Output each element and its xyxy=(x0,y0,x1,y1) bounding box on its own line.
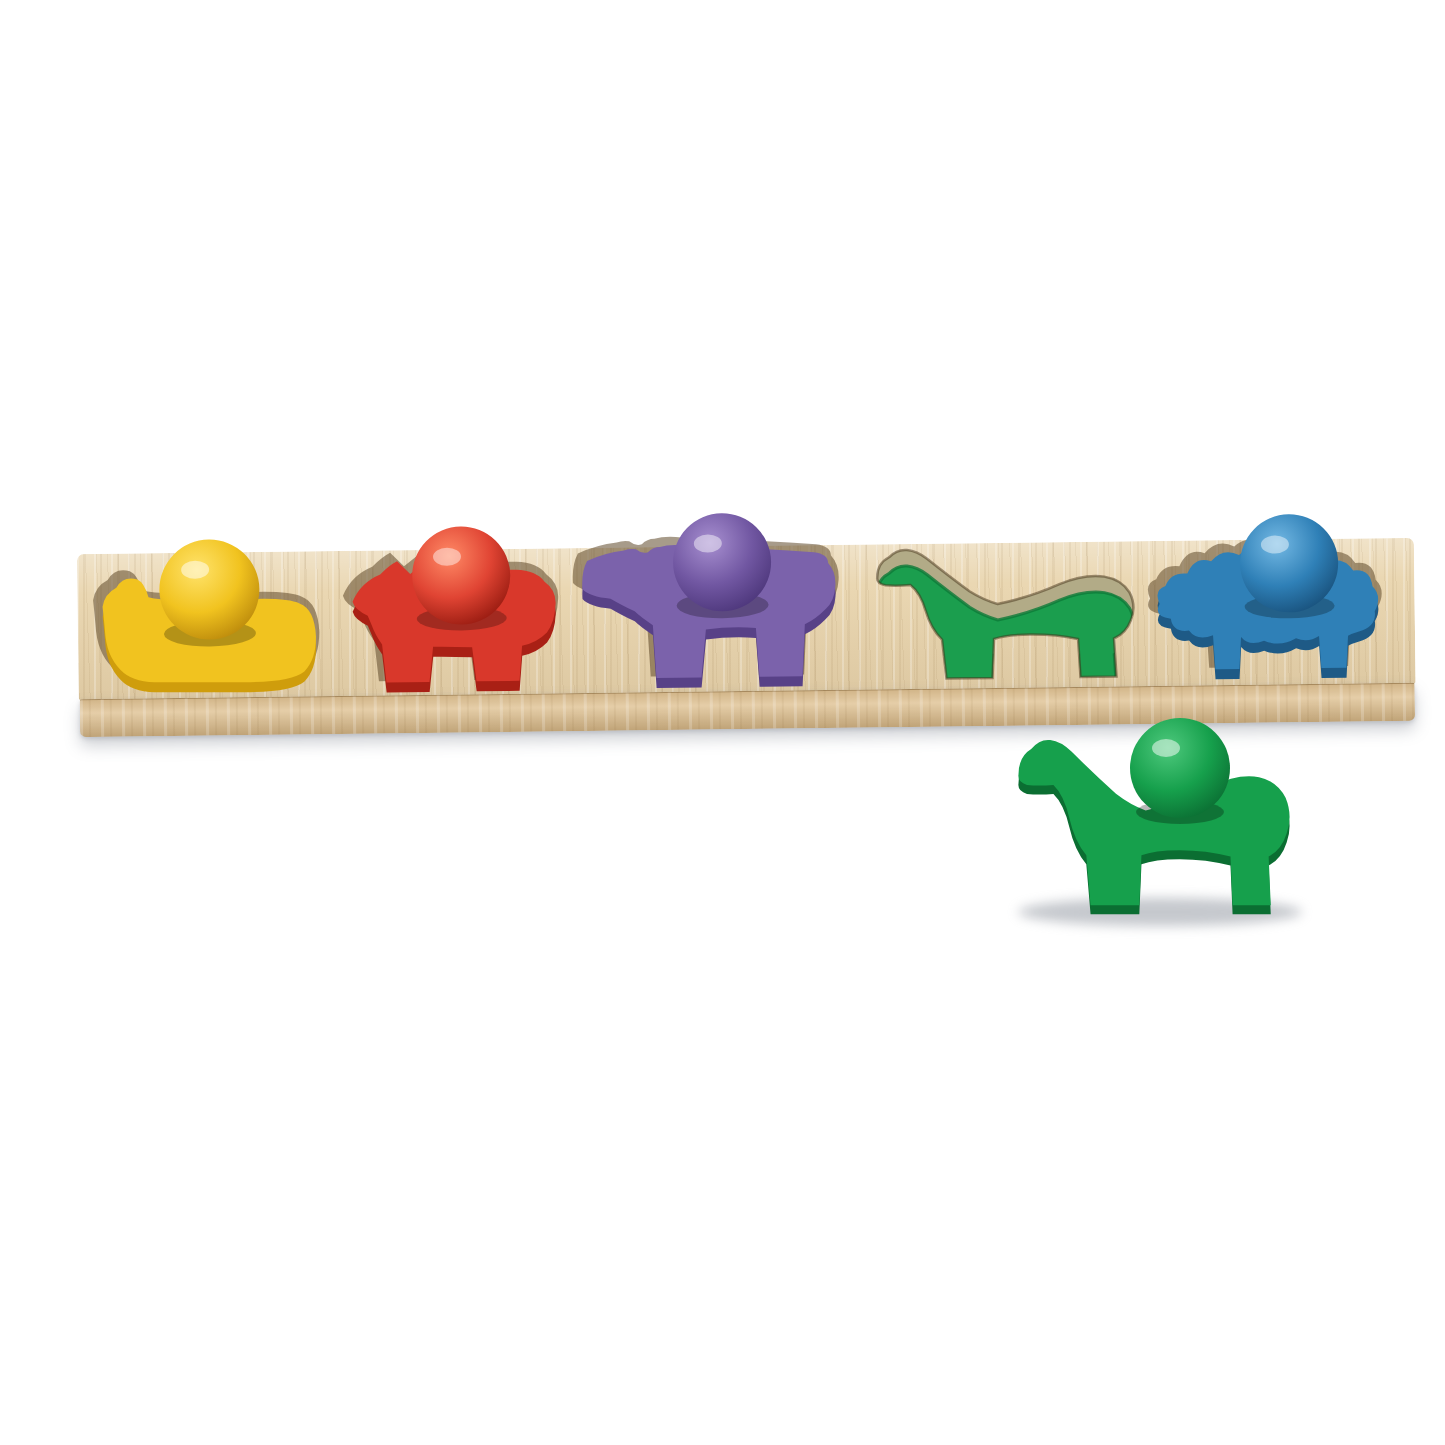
slot-3-cow-piece[interactable] xyxy=(573,490,846,703)
slot-4-empty-horse-cutout[interactable] xyxy=(868,486,1151,699)
slot-2-dog-piece[interactable] xyxy=(343,493,596,706)
puzzle-board xyxy=(77,538,1416,736)
slot-1-duck-piece[interactable] xyxy=(90,496,343,709)
loose-horse-piece[interactable] xyxy=(1000,716,1320,936)
product-photo xyxy=(0,0,1445,1445)
horse-knob-handle[interactable] xyxy=(1130,718,1230,818)
slot-5-sheep-piece[interactable] xyxy=(1148,483,1391,696)
knob-specular-highlight xyxy=(1152,739,1180,757)
